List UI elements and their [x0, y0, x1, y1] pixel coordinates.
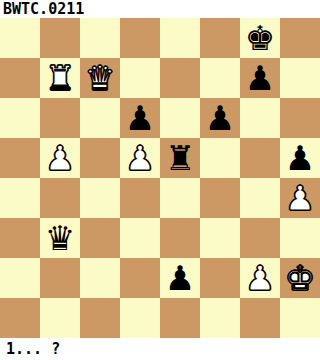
square-c6[interactable]	[80, 98, 120, 138]
square-g7[interactable]: ♟	[240, 58, 280, 98]
black-rook: ♜	[165, 141, 195, 175]
square-g4[interactable]	[240, 178, 280, 218]
square-h5[interactable]: ♟	[280, 138, 320, 178]
square-a5[interactable]	[0, 138, 40, 178]
square-c5[interactable]	[80, 138, 120, 178]
square-f3[interactable]	[200, 218, 240, 258]
square-f7[interactable]	[200, 58, 240, 98]
square-f8[interactable]	[200, 18, 240, 58]
black-pawn: ♟	[205, 101, 235, 135]
square-a7[interactable]	[0, 58, 40, 98]
square-a3[interactable]	[0, 218, 40, 258]
square-e7[interactable]	[160, 58, 200, 98]
square-b5[interactable]: ♟	[40, 138, 80, 178]
square-f6[interactable]: ♟	[200, 98, 240, 138]
square-g1[interactable]	[240, 298, 280, 338]
square-a2[interactable]	[0, 258, 40, 298]
square-c4[interactable]	[80, 178, 120, 218]
black-king: ♚	[245, 21, 275, 55]
black-pawn: ♟	[165, 261, 195, 295]
square-d6[interactable]: ♟	[120, 98, 160, 138]
square-h2[interactable]: ♚	[280, 258, 320, 298]
square-b8[interactable]	[40, 18, 80, 58]
square-h8[interactable]	[280, 18, 320, 58]
square-f1[interactable]	[200, 298, 240, 338]
square-b7[interactable]: ♜	[40, 58, 80, 98]
square-g3[interactable]	[240, 218, 280, 258]
square-e3[interactable]	[160, 218, 200, 258]
white-pawn: ♟	[45, 141, 75, 175]
square-f5[interactable]	[200, 138, 240, 178]
square-b1[interactable]	[40, 298, 80, 338]
square-c3[interactable]	[80, 218, 120, 258]
square-h6[interactable]	[280, 98, 320, 138]
white-queen: ♛	[85, 61, 115, 95]
square-d2[interactable]	[120, 258, 160, 298]
square-e4[interactable]	[160, 178, 200, 218]
white-pawn: ♟	[285, 181, 315, 215]
square-d7[interactable]	[120, 58, 160, 98]
square-e5[interactable]: ♜	[160, 138, 200, 178]
square-a1[interactable]	[0, 298, 40, 338]
white-king: ♚	[285, 261, 315, 295]
square-b4[interactable]	[40, 178, 80, 218]
square-h1[interactable]	[280, 298, 320, 338]
chess-board: ♚♜♛♟♟♟♟♟♜♟♟♛♟♟♚	[0, 18, 320, 338]
square-g6[interactable]	[240, 98, 280, 138]
square-e6[interactable]	[160, 98, 200, 138]
square-g2[interactable]: ♟	[240, 258, 280, 298]
square-e8[interactable]	[160, 18, 200, 58]
square-c7[interactable]: ♛	[80, 58, 120, 98]
square-e1[interactable]	[160, 298, 200, 338]
square-h4[interactable]: ♟	[280, 178, 320, 218]
square-c8[interactable]	[80, 18, 120, 58]
square-a6[interactable]	[0, 98, 40, 138]
square-c2[interactable]	[80, 258, 120, 298]
square-b2[interactable]	[40, 258, 80, 298]
square-d8[interactable]	[120, 18, 160, 58]
square-a8[interactable]	[0, 18, 40, 58]
white-pawn: ♟	[245, 261, 275, 295]
square-g8[interactable]: ♚	[240, 18, 280, 58]
square-b3[interactable]: ♛	[40, 218, 80, 258]
white-pawn: ♟	[125, 141, 155, 175]
square-d1[interactable]	[120, 298, 160, 338]
white-rook: ♜	[45, 61, 75, 95]
square-a4[interactable]	[0, 178, 40, 218]
square-c1[interactable]	[80, 298, 120, 338]
square-e2[interactable]: ♟	[160, 258, 200, 298]
black-pawn: ♟	[125, 101, 155, 135]
chess-diagram-page: BWTC.0211 ♚♜♛♟♟♟♟♟♜♟♟♛♟♟♚ 1... ?	[0, 0, 320, 360]
move-prompt: 1... ?	[0, 338, 320, 360]
black-pawn: ♟	[285, 141, 315, 175]
black-queen: ♛	[45, 221, 75, 255]
black-pawn: ♟	[245, 61, 275, 95]
square-g5[interactable]	[240, 138, 280, 178]
square-d3[interactable]	[120, 218, 160, 258]
square-f2[interactable]	[200, 258, 240, 298]
square-d5[interactable]: ♟	[120, 138, 160, 178]
square-d4[interactable]	[120, 178, 160, 218]
square-b6[interactable]	[40, 98, 80, 138]
square-h3[interactable]	[280, 218, 320, 258]
square-h7[interactable]	[280, 58, 320, 98]
diagram-title: BWTC.0211	[0, 0, 320, 18]
square-f4[interactable]	[200, 178, 240, 218]
